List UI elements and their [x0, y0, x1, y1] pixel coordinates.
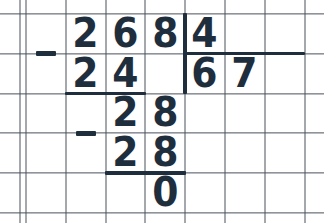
dividend-digit: 6	[105, 13, 145, 53]
work-digit: 2	[105, 93, 145, 133]
quotient-digit: 7	[225, 53, 265, 93]
division-bracket-horizontal-line	[185, 52, 305, 56]
work-digit: 8	[145, 93, 185, 133]
work-digit: 8	[145, 133, 185, 173]
long-division-board: 2684246728280	[0, 0, 324, 223]
dividend-digit: 2	[65, 13, 105, 53]
work-digit: 2	[105, 133, 145, 173]
quotient-digit: 6	[185, 53, 225, 93]
work-digit: 2	[65, 53, 105, 93]
work-digit: 4	[105, 53, 145, 93]
divisor-digit: 4	[185, 13, 225, 53]
subtraction-underline-24	[65, 92, 146, 96]
dividend-digit: 8	[145, 13, 185, 53]
minus-sign-first-subtraction	[36, 51, 56, 56]
remainder-digit: 0	[145, 173, 185, 213]
minus-sign-second-subtraction	[76, 131, 96, 136]
subtraction-underline-28	[105, 171, 186, 175]
